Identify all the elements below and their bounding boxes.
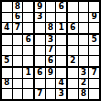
cell-r5c8[interactable] [79,46,89,56]
cell-r1c2[interactable]: 8 [13,2,23,12]
cell-r9c2[interactable] [13,89,23,99]
cell-r3c1[interactable]: 4 [2,23,12,33]
cell-r1c5[interactable] [46,2,56,12]
cell-r4c9[interactable]: 5 [89,35,99,45]
cell-r5c7[interactable] [68,46,78,56]
cell-r8c8[interactable]: 2 [79,79,89,89]
cell-r6c8[interactable] [79,56,89,66]
cell-r9c4[interactable]: 7 [35,89,45,99]
cell-r1c9[interactable] [89,2,99,12]
cell-r6c1[interactable]: 5 [2,56,12,66]
cell-r8c9[interactable] [89,79,99,89]
cell-r7c9[interactable]: 7 [89,68,99,78]
cell-r6c4[interactable] [35,56,45,66]
cell-r7c5[interactable]: 9 [46,68,56,78]
cell-r1c7[interactable] [68,2,78,12]
cell-r4c4[interactable] [35,35,45,45]
cell-r5c6[interactable] [56,46,66,56]
cell-r6c7[interactable]: 2 [68,56,78,66]
cell-r8c2[interactable] [13,79,23,89]
cell-r9c1[interactable] [2,89,12,99]
cell-r2c7[interactable] [68,13,78,23]
cell-r8c4[interactable] [35,79,45,89]
cell-r7c3[interactable]: 1 [23,68,33,78]
cell-r1c6[interactable]: 6 [56,2,66,12]
cell-r3c8[interactable] [79,23,89,33]
cell-r5c1[interactable] [2,46,12,56]
cell-r4c7[interactable] [68,35,78,45]
cell-r3c4[interactable] [35,23,45,33]
cell-r2c3[interactable] [23,13,33,23]
cell-r4c1[interactable] [2,35,12,45]
cell-r4c5[interactable]: 3 [46,35,56,45]
cell-r7c1[interactable] [2,68,12,78]
cell-r3c9[interactable] [89,23,99,33]
cell-r2c5[interactable] [46,13,56,23]
cell-r5c5[interactable]: 7 [46,46,56,56]
cell-r3c3[interactable] [23,23,33,33]
sudoku-board: 89663947816635756216937842738 [0,0,101,101]
cell-r8c3[interactable] [23,79,33,89]
cell-r3c7[interactable]: 6 [68,23,78,33]
cell-r8c7[interactable] [68,79,78,89]
cell-r5c9[interactable] [89,46,99,56]
cell-r4c6[interactable] [56,35,66,45]
cell-r6c5[interactable]: 6 [46,56,56,66]
cell-r2c1[interactable] [2,13,12,23]
cell-r9c6[interactable]: 3 [56,89,66,99]
cell-r1c4[interactable]: 9 [35,2,45,12]
cell-r6c6[interactable] [56,56,66,66]
cell-r1c1[interactable] [2,2,12,12]
cell-r6c3[interactable] [23,56,33,66]
cell-r8c5[interactable] [46,79,56,89]
cell-r7c2[interactable] [13,68,23,78]
cell-r1c8[interactable] [79,2,89,12]
cell-r7c4[interactable]: 6 [35,68,45,78]
cell-r9c8[interactable]: 8 [79,89,89,99]
cell-r9c7[interactable] [68,89,78,99]
cell-r9c9[interactable] [89,89,99,99]
cell-r5c2[interactable] [13,46,23,56]
cell-r2c6[interactable] [56,13,66,23]
cell-r8c6[interactable]: 4 [56,79,66,89]
cell-r4c8[interactable] [79,35,89,45]
cell-r5c3[interactable] [23,46,33,56]
cell-r8c1[interactable]: 8 [2,79,12,89]
cell-r3c2[interactable]: 7 [13,23,23,33]
cell-r5c4[interactable] [35,46,45,56]
cell-r2c9[interactable]: 9 [89,13,99,23]
cell-r9c3[interactable] [23,89,33,99]
cell-r7c7[interactable] [68,68,78,78]
cell-r9c5[interactable] [46,89,56,99]
cell-r1c3[interactable] [23,2,33,12]
cell-r6c2[interactable] [13,56,23,66]
cell-r4c3[interactable]: 6 [23,35,33,45]
cell-r2c8[interactable] [79,13,89,23]
cell-r7c6[interactable] [56,68,66,78]
cell-r4c2[interactable] [13,35,23,45]
cell-r2c4[interactable]: 3 [35,13,45,23]
cell-r2c2[interactable]: 6 [13,13,23,23]
cell-r6c9[interactable] [89,56,99,66]
cell-r3c5[interactable]: 8 [46,23,56,33]
cell-r3c6[interactable]: 1 [56,23,66,33]
cell-r7c8[interactable]: 3 [79,68,89,78]
